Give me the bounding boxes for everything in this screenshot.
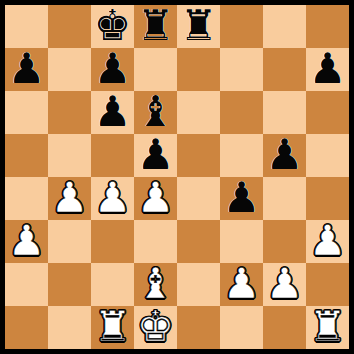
square-e7[interactable] [177, 48, 220, 91]
square-c3[interactable] [91, 220, 134, 263]
square-g3[interactable] [263, 220, 306, 263]
square-d3[interactable] [134, 220, 177, 263]
square-h2[interactable] [306, 263, 349, 306]
square-g5[interactable]: ♟ [263, 134, 306, 177]
square-c4[interactable]: ♟ [91, 177, 134, 220]
square-f3[interactable] [220, 220, 263, 263]
black-pawn[interactable]: ♟ [94, 91, 132, 133]
square-e5[interactable] [177, 134, 220, 177]
black-pawn[interactable]: ♟ [309, 48, 347, 90]
square-g7[interactable] [263, 48, 306, 91]
square-e3[interactable] [177, 220, 220, 263]
square-b3[interactable] [48, 220, 91, 263]
square-d8[interactable]: ♜ [134, 5, 177, 48]
square-a6[interactable] [5, 91, 48, 134]
square-e4[interactable] [177, 177, 220, 220]
square-c7[interactable]: ♟ [91, 48, 134, 91]
square-f7[interactable] [220, 48, 263, 91]
square-d1[interactable]: ♚ [134, 306, 177, 349]
square-b4[interactable]: ♟ [48, 177, 91, 220]
square-c6[interactable]: ♟ [91, 91, 134, 134]
square-a5[interactable] [5, 134, 48, 177]
black-king[interactable]: ♚ [94, 5, 132, 47]
white-rook[interactable]: ♜ [309, 306, 347, 348]
chess-board-frame: ♚♜♜♟♟♟♟♝♟♟♟♟♟♟♟♟♝♟♟♜♚♜ [0, 0, 354, 354]
square-b6[interactable] [48, 91, 91, 134]
white-pawn[interactable]: ♟ [94, 177, 132, 219]
square-a2[interactable] [5, 263, 48, 306]
square-a7[interactable]: ♟ [5, 48, 48, 91]
square-h6[interactable] [306, 91, 349, 134]
square-b8[interactable] [48, 5, 91, 48]
black-pawn[interactable]: ♟ [223, 177, 261, 219]
white-pawn[interactable]: ♟ [309, 220, 347, 262]
square-d7[interactable] [134, 48, 177, 91]
square-e6[interactable] [177, 91, 220, 134]
square-d6[interactable]: ♝ [134, 91, 177, 134]
square-d2[interactable]: ♝ [134, 263, 177, 306]
black-rook[interactable]: ♜ [137, 5, 175, 47]
square-h3[interactable]: ♟ [306, 220, 349, 263]
square-c5[interactable] [91, 134, 134, 177]
square-h7[interactable]: ♟ [306, 48, 349, 91]
square-g6[interactable] [263, 91, 306, 134]
square-d5[interactable]: ♟ [134, 134, 177, 177]
square-a4[interactable] [5, 177, 48, 220]
square-e2[interactable] [177, 263, 220, 306]
square-g4[interactable] [263, 177, 306, 220]
white-pawn[interactable]: ♟ [51, 177, 89, 219]
square-d4[interactable]: ♟ [134, 177, 177, 220]
square-f6[interactable] [220, 91, 263, 134]
white-pawn[interactable]: ♟ [137, 177, 175, 219]
white-bishop[interactable]: ♝ [137, 263, 175, 305]
square-h5[interactable] [306, 134, 349, 177]
black-pawn[interactable]: ♟ [94, 48, 132, 90]
square-b5[interactable] [48, 134, 91, 177]
square-e8[interactable]: ♜ [177, 5, 220, 48]
square-g1[interactable] [263, 306, 306, 349]
square-h8[interactable] [306, 5, 349, 48]
square-h4[interactable] [306, 177, 349, 220]
black-pawn[interactable]: ♟ [8, 48, 46, 90]
square-f4[interactable]: ♟ [220, 177, 263, 220]
white-pawn[interactable]: ♟ [223, 263, 261, 305]
black-rook[interactable]: ♜ [180, 5, 218, 47]
square-a1[interactable] [5, 306, 48, 349]
white-king[interactable]: ♚ [137, 306, 175, 348]
chess-board: ♚♜♜♟♟♟♟♝♟♟♟♟♟♟♟♟♝♟♟♜♚♜ [5, 5, 349, 349]
square-c8[interactable]: ♚ [91, 5, 134, 48]
square-e1[interactable] [177, 306, 220, 349]
square-b2[interactable] [48, 263, 91, 306]
square-b7[interactable] [48, 48, 91, 91]
square-c1[interactable]: ♜ [91, 306, 134, 349]
square-b1[interactable] [48, 306, 91, 349]
black-bishop[interactable]: ♝ [137, 91, 175, 133]
square-a8[interactable] [5, 5, 48, 48]
square-a3[interactable]: ♟ [5, 220, 48, 263]
white-pawn[interactable]: ♟ [8, 220, 46, 262]
white-rook[interactable]: ♜ [94, 306, 132, 348]
square-g8[interactable] [263, 5, 306, 48]
square-f5[interactable] [220, 134, 263, 177]
square-g2[interactable]: ♟ [263, 263, 306, 306]
square-f1[interactable] [220, 306, 263, 349]
black-pawn[interactable]: ♟ [266, 134, 304, 176]
square-f8[interactable] [220, 5, 263, 48]
white-pawn[interactable]: ♟ [266, 263, 304, 305]
square-h1[interactable]: ♜ [306, 306, 349, 349]
black-pawn[interactable]: ♟ [137, 134, 175, 176]
square-c2[interactable] [91, 263, 134, 306]
square-f2[interactable]: ♟ [220, 263, 263, 306]
